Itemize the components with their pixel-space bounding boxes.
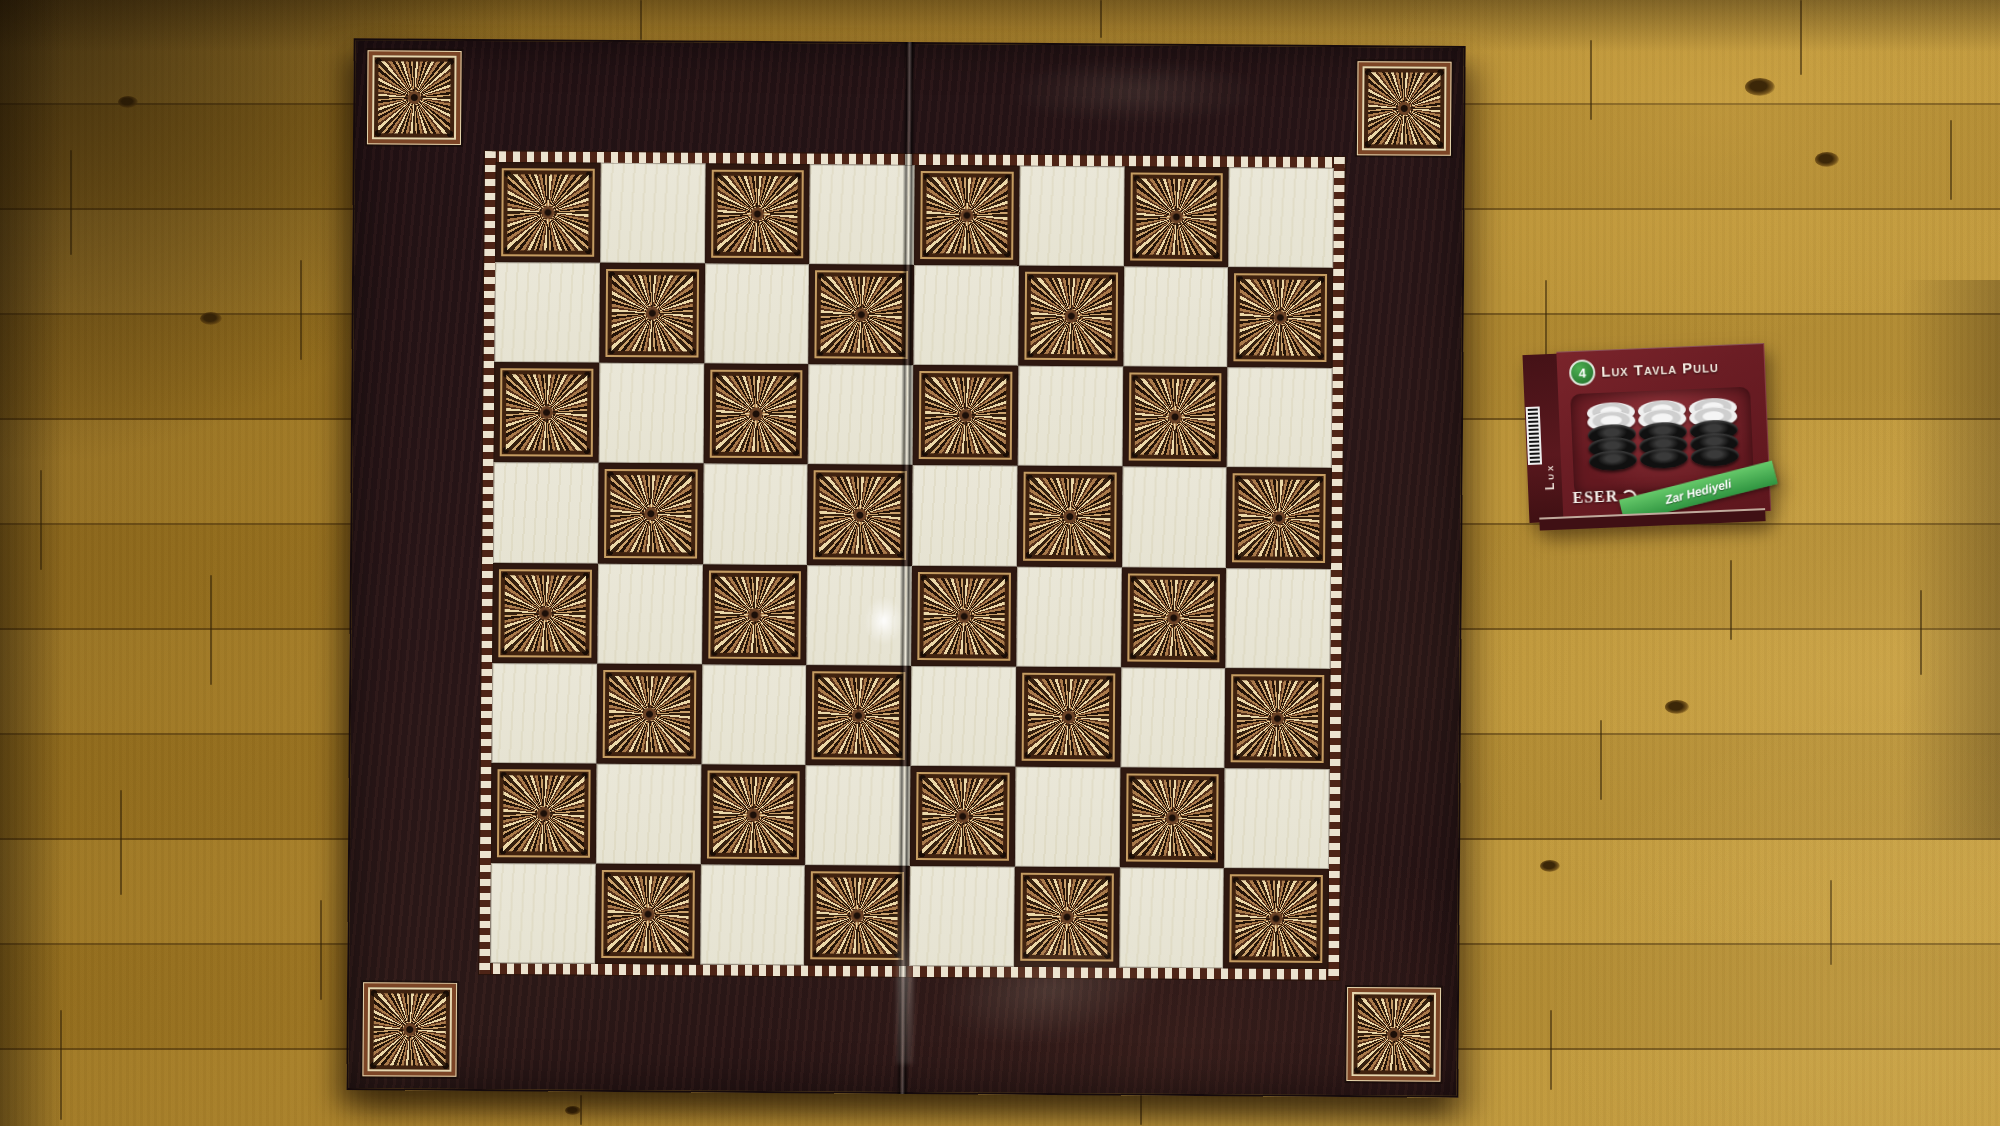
- square-b4[interactable]: [597, 563, 702, 664]
- marquetry-star-tile: [500, 368, 593, 457]
- square-d7[interactable]: [809, 264, 914, 365]
- square-a3[interactable]: [492, 663, 597, 764]
- badge-number: 4: [1569, 359, 1596, 386]
- marquetry-star-tile: [1127, 573, 1220, 662]
- marquetry-star-tile: [811, 871, 904, 960]
- marquetry-star-tile: [372, 55, 457, 140]
- square-b1[interactable]: [595, 864, 700, 965]
- star-inlay: [1238, 480, 1319, 557]
- square-g3[interactable]: [1120, 667, 1225, 768]
- star-inlay: [378, 61, 451, 134]
- square-a8[interactable]: [495, 162, 600, 263]
- square-c1[interactable]: [700, 864, 805, 965]
- square-d8[interactable]: [809, 164, 914, 265]
- star-inlay: [821, 277, 902, 354]
- black-checker: [1640, 447, 1689, 469]
- star-inlay: [1240, 279, 1321, 356]
- plank-joint: [60, 1010, 62, 1120]
- corner-star-tile: [367, 50, 462, 145]
- marquetry-star-tile: [813, 471, 906, 560]
- square-d1[interactable]: [804, 865, 909, 966]
- marquetry-star-tile: [1020, 873, 1113, 962]
- plank-joint: [1730, 560, 1732, 640]
- square-d5[interactable]: [807, 465, 912, 566]
- plank-joint: [70, 150, 72, 255]
- checker-stack: [1637, 399, 1688, 475]
- star-inlay: [925, 377, 1006, 454]
- square-g4[interactable]: [1121, 567, 1226, 668]
- scene: Lux 4 Lux Tavla Pulu: [0, 0, 2000, 1126]
- square-c2[interactable]: [700, 764, 805, 865]
- star-inlay: [1237, 680, 1318, 757]
- square-g8[interactable]: [1124, 167, 1229, 268]
- square-d2[interactable]: [805, 765, 910, 866]
- star-inlay: [607, 876, 688, 953]
- star-inlay: [504, 575, 585, 652]
- square-e3[interactable]: [911, 666, 1016, 767]
- square-e4[interactable]: [911, 566, 1016, 667]
- square-g7[interactable]: [1123, 267, 1228, 368]
- square-f6[interactable]: [1017, 366, 1122, 467]
- square-h4[interactable]: [1226, 568, 1331, 669]
- square-f5[interactable]: [1017, 466, 1122, 567]
- square-c8[interactable]: [705, 164, 810, 265]
- square-h3[interactable]: [1225, 668, 1330, 769]
- marquetry-star-tile: [501, 168, 594, 257]
- square-a2[interactable]: [491, 763, 596, 864]
- square-e7[interactable]: [913, 265, 1018, 366]
- square-g5[interactable]: [1122, 467, 1227, 568]
- marquetry-star-tile: [1232, 474, 1325, 563]
- marquetry-star-tile: [709, 370, 802, 459]
- square-a1[interactable]: [490, 863, 595, 964]
- plank-joint: [640, 0, 642, 40]
- floor-shadow-right: [1900, 280, 2000, 840]
- corner-star-tile: [362, 982, 457, 1077]
- marquetry-star-tile: [497, 769, 590, 858]
- marquetry-star-tile: [1130, 173, 1223, 262]
- marquetry-star-tile: [917, 572, 1010, 661]
- marquetry-star-tile: [1023, 472, 1116, 561]
- square-c3[interactable]: [701, 664, 806, 765]
- floor-shadow-left: [0, 0, 64, 1126]
- square-h7[interactable]: [1228, 267, 1333, 368]
- square-b7[interactable]: [599, 263, 704, 364]
- square-e1[interactable]: [909, 866, 1014, 967]
- plank-joint: [1140, 1095, 1142, 1125]
- square-e2[interactable]: [910, 766, 1015, 867]
- black-checker: [1690, 445, 1739, 467]
- marquetry-star-tile: [1234, 273, 1327, 362]
- checker-stack: [1587, 401, 1638, 477]
- square-c6[interactable]: [703, 364, 808, 465]
- plank-joint: [120, 790, 122, 895]
- square-b5[interactable]: [598, 463, 703, 564]
- marquetry-star-tile: [498, 569, 591, 658]
- square-f8[interactable]: [1019, 166, 1124, 267]
- star-inlay: [1368, 72, 1441, 145]
- square-h1[interactable]: [1223, 868, 1328, 969]
- plank-joint: [1590, 40, 1592, 120]
- star-inlay: [1030, 278, 1111, 355]
- marquetry-star-tile: [1362, 66, 1447, 151]
- wood-knot: [1665, 700, 1689, 714]
- star-inlay: [1131, 779, 1212, 856]
- plank-joint: [1920, 590, 1922, 675]
- star-inlay: [610, 475, 691, 552]
- barcode: [1528, 409, 1540, 463]
- marquetry-star-tile: [711, 170, 804, 259]
- floor-highlight-bottom-right: [1540, 706, 2000, 1126]
- corner-star-tile: [1346, 987, 1441, 1082]
- plank-joint: [40, 470, 42, 570]
- marquetry-star-tile: [920, 171, 1013, 260]
- plank-joint: [210, 575, 212, 685]
- square-e6[interactable]: [913, 365, 1018, 466]
- marquetry-star-tile: [706, 770, 799, 859]
- square-g1[interactable]: [1119, 867, 1224, 968]
- marquetry-star-tile: [1024, 272, 1117, 361]
- marquetry-star-tile: [1021, 672, 1114, 761]
- marquetry-star-tile: [602, 670, 695, 759]
- square-h6[interactable]: [1227, 367, 1332, 468]
- star-inlay: [611, 275, 692, 352]
- star-inlay: [1027, 678, 1108, 755]
- square-f2[interactable]: [1015, 767, 1120, 868]
- black-checker: [1589, 449, 1638, 471]
- star-inlay: [922, 778, 1003, 855]
- star-inlay: [818, 677, 899, 754]
- star-inlay: [1136, 179, 1217, 256]
- marquetry-star-tile: [916, 772, 1009, 861]
- plank-joint: [1800, 0, 1802, 75]
- square-h8[interactable]: [1228, 167, 1333, 268]
- corner-star-tile: [1357, 61, 1452, 156]
- checker-stack: [1688, 397, 1739, 473]
- marquetry-star-tile: [1125, 773, 1218, 862]
- game-board: [346, 38, 1465, 1098]
- star-inlay: [817, 877, 898, 954]
- square-g2[interactable]: [1119, 767, 1224, 868]
- star-inlay: [715, 376, 796, 453]
- wood-knot: [200, 312, 222, 325]
- square-b3[interactable]: [596, 663, 701, 764]
- wood-knot: [1745, 78, 1775, 96]
- star-inlay: [503, 775, 584, 852]
- brand-text: ESER: [1572, 487, 1618, 506]
- marquetry-star-tile: [367, 987, 452, 1072]
- square-f1[interactable]: [1014, 867, 1119, 968]
- marquetry-star-tile: [604, 469, 697, 558]
- marquetry-star-tile: [605, 269, 698, 358]
- square-a4[interactable]: [492, 563, 597, 664]
- star-inlay: [1134, 379, 1215, 456]
- square-g6[interactable]: [1122, 367, 1227, 468]
- star-inlay: [1133, 579, 1214, 656]
- square-f7[interactable]: [1018, 266, 1123, 367]
- marquetry-star-tile: [601, 870, 694, 959]
- square-d4[interactable]: [807, 565, 912, 666]
- plank-joint: [320, 900, 322, 1000]
- star-inlay: [926, 177, 1007, 254]
- square-c4[interactable]: [702, 564, 807, 665]
- plank-joint: [1950, 120, 1952, 200]
- plank-joint: [1600, 720, 1602, 800]
- marquetry-star-tile: [1231, 674, 1324, 763]
- wood-knot: [565, 1106, 581, 1115]
- marquetry-star-tile: [1351, 992, 1436, 1077]
- square-b8[interactable]: [600, 163, 705, 264]
- wood-knot: [1815, 152, 1839, 167]
- star-inlay: [1029, 478, 1110, 555]
- sheen-reflection: [975, 50, 1296, 132]
- star-inlay: [1236, 880, 1317, 957]
- square-h2[interactable]: [1224, 768, 1329, 869]
- square-e8[interactable]: [914, 165, 1019, 266]
- square-f4[interactable]: [1016, 566, 1121, 667]
- marquetry-star-tile: [812, 671, 905, 760]
- square-d3[interactable]: [806, 665, 911, 766]
- square-a7[interactable]: [494, 262, 599, 363]
- square-f3[interactable]: [1015, 666, 1120, 767]
- square-a5[interactable]: [493, 462, 598, 563]
- star-inlay: [714, 576, 795, 653]
- star-inlay: [819, 477, 900, 554]
- marquetry-star-tile: [708, 570, 801, 659]
- plank-joint: [1100, 0, 1102, 38]
- plank-joint: [1830, 880, 1832, 965]
- box-front-panel: 4 Lux Tavla Pulu: [1556, 343, 1771, 520]
- star-inlay: [923, 578, 1004, 655]
- star-inlay: [713, 776, 794, 853]
- square-c7[interactable]: [704, 264, 809, 365]
- tavla-checkers-box: Lux 4 Lux Tavla Pulu: [1522, 343, 1771, 531]
- plank-joint: [1550, 1010, 1552, 1090]
- star-inlay: [507, 174, 588, 251]
- marquetry-star-tile: [1230, 874, 1323, 963]
- wood-knot: [118, 96, 138, 108]
- star-inlay: [506, 374, 587, 451]
- marquetry-star-tile: [1128, 373, 1221, 462]
- square-d6[interactable]: [808, 365, 913, 466]
- marquetry-star-tile: [919, 371, 1012, 460]
- plank-joint: [300, 260, 302, 360]
- square-b6[interactable]: [598, 363, 703, 464]
- square-h5[interactable]: [1226, 468, 1331, 569]
- star-inlay: [374, 993, 447, 1066]
- box-side-label: Lux: [1539, 386, 1557, 490]
- square-b2[interactable]: [596, 764, 701, 865]
- star-inlay: [608, 676, 689, 753]
- marquetry-star-tile: [815, 270, 908, 359]
- wood-knot: [1540, 860, 1560, 872]
- star-inlay: [1358, 998, 1431, 1071]
- star-inlay: [717, 176, 798, 253]
- star-inlay: [1026, 879, 1107, 956]
- square-e5[interactable]: [912, 465, 1017, 566]
- square-c5[interactable]: [703, 464, 808, 565]
- square-a6[interactable]: [494, 362, 599, 463]
- box-title: Lux Tavla Pulu: [1601, 356, 1761, 380]
